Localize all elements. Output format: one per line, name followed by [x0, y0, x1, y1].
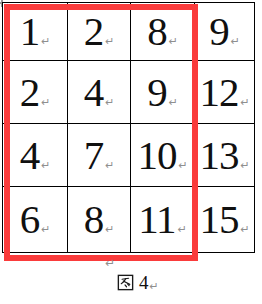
paragraph-mark-icon: ↵ — [105, 160, 114, 171]
paragraph-mark-icon: ↵ — [169, 97, 178, 108]
paragraph-mark-icon: ↵ — [105, 257, 115, 269]
paragraph-mark-icon: ↵ — [105, 224, 114, 235]
grid-cell-r2c2: 4↵ — [68, 61, 131, 124]
cell-value: 7 — [84, 135, 104, 176]
cell-value: 2 — [20, 72, 40, 113]
paragraph-mark-icon: ↵ — [105, 97, 114, 108]
grid-cell-r3c4: 13↵ — [195, 124, 254, 187]
cell-value: 10 — [137, 135, 176, 176]
paragraph-mark-icon: ↵ — [240, 97, 249, 108]
grid-cell-r2c3: 9↵ — [131, 61, 195, 124]
cell-value: 11 — [138, 199, 175, 240]
paragraph-mark-icon: ↵ — [231, 36, 240, 47]
cell-value: 4 — [84, 72, 104, 113]
grid-cell-r4c1: 6↵ — [3, 187, 68, 252]
paragraph-mark-icon: ↵ — [150, 281, 159, 292]
cell-value: 8 — [84, 199, 104, 240]
grid-cell-r2c4: 12↵ — [195, 61, 254, 124]
cell-value: 2 — [84, 11, 104, 52]
paragraph-mark-icon: ↵ — [240, 224, 249, 235]
grid-cell-r3c1: 4↵ — [3, 124, 68, 187]
grid-cell-r3c3: 10↵ — [131, 124, 195, 187]
paragraph-mark-icon: ↵ — [240, 160, 249, 171]
paragraph-mark-icon: ↵ — [105, 36, 114, 47]
grid-cell-r1c1: 1↵ — [3, 3, 68, 61]
number-grid: 1↵ 2↵ 8↵ 9↵ 2↵ 4↵ 9↵ 12↵ 4↵ 7↵ 10↵ 13↵ 6… — [2, 2, 255, 253]
cell-value: 15 — [199, 199, 238, 240]
paragraph-mark-icon: ↵ — [178, 224, 187, 235]
cell-value: 4 — [20, 135, 40, 176]
tu-character-glyph — [117, 273, 134, 292]
paragraph-mark-icon: ↵ — [41, 97, 50, 108]
grid-cell-r1c3: 8↵ — [131, 3, 195, 61]
grid-cell-r4c4: 15↵ — [195, 187, 254, 252]
grid-cell-r1c2: 2↵ — [68, 3, 131, 61]
cell-value: 9 — [147, 72, 167, 113]
figure-caption: 4 ↵ — [117, 273, 159, 292]
grid-cell-r2c1: 2↵ — [3, 61, 68, 124]
paragraph-mark-icon: ↵ — [41, 224, 50, 235]
cell-value: 9 — [209, 11, 229, 52]
paragraph-mark-icon: ↵ — [169, 36, 178, 47]
caption-number: 4 — [139, 273, 149, 292]
grid-cell-r4c2: 8↵ — [68, 187, 131, 252]
paragraph-mark-icon: ↵ — [41, 160, 50, 171]
cell-value: 6 — [20, 199, 40, 240]
cell-value: 12 — [199, 72, 238, 113]
figure-canvas: 1↵ 2↵ 8↵ 9↵ 2↵ 4↵ 9↵ 12↵ 4↵ 7↵ 10↵ 13↵ 6… — [0, 0, 262, 304]
cell-value: 8 — [147, 11, 167, 52]
paragraph-mark-icon: ↵ — [178, 160, 187, 171]
cell-value: 1 — [20, 11, 40, 52]
cell-value: 13 — [199, 135, 238, 176]
grid-cell-r3c2: 7↵ — [68, 124, 131, 187]
grid-cell-r1c4: 9↵ — [195, 3, 254, 61]
paragraph-mark-icon: ↵ — [41, 36, 50, 47]
grid-cell-r4c3: 11↵ — [131, 187, 195, 252]
